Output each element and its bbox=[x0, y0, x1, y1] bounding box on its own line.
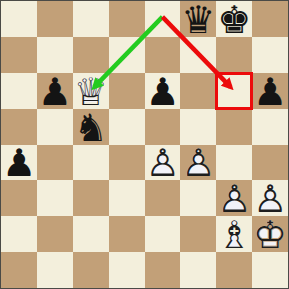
black-king[interactable]: ♚ bbox=[216, 1, 252, 37]
square-e1[interactable] bbox=[145, 252, 181, 288]
square-b8[interactable] bbox=[37, 1, 73, 37]
square-f8[interactable]: ♛ bbox=[180, 1, 216, 37]
square-a6[interactable] bbox=[1, 73, 37, 109]
square-d3[interactable] bbox=[109, 180, 145, 216]
square-f6[interactable] bbox=[180, 73, 216, 109]
square-c2[interactable] bbox=[73, 216, 109, 252]
square-c7[interactable] bbox=[73, 37, 109, 73]
square-g6[interactable] bbox=[216, 73, 252, 109]
square-g1[interactable] bbox=[216, 252, 252, 288]
white-queen[interactable]: ♛♕ bbox=[73, 73, 109, 109]
chess-board: ♛♚♟♛♕♟♟♞♟♟♙♟♙♟♙♟♙♝♗♚♔ bbox=[0, 0, 289, 289]
square-f2[interactable] bbox=[180, 216, 216, 252]
square-a4[interactable]: ♟ bbox=[1, 145, 37, 181]
square-e7[interactable] bbox=[145, 37, 181, 73]
square-h6[interactable]: ♟ bbox=[252, 73, 288, 109]
square-h5[interactable] bbox=[252, 109, 288, 145]
square-g7[interactable] bbox=[216, 37, 252, 73]
square-a8[interactable] bbox=[1, 1, 37, 37]
square-c6[interactable]: ♛♕ bbox=[73, 73, 109, 109]
square-g4[interactable] bbox=[216, 145, 252, 181]
square-d2[interactable] bbox=[109, 216, 145, 252]
square-a5[interactable] bbox=[1, 109, 37, 145]
square-b6[interactable]: ♟ bbox=[37, 73, 73, 109]
square-e2[interactable] bbox=[145, 216, 181, 252]
square-a2[interactable] bbox=[1, 216, 37, 252]
square-f7[interactable] bbox=[180, 37, 216, 73]
black-pawn[interactable]: ♟ bbox=[145, 73, 181, 109]
square-g3[interactable]: ♟♙ bbox=[216, 180, 252, 216]
square-d8[interactable] bbox=[109, 1, 145, 37]
square-d5[interactable] bbox=[109, 109, 145, 145]
square-h7[interactable] bbox=[252, 37, 288, 73]
square-h8[interactable] bbox=[252, 1, 288, 37]
white-pawn[interactable]: ♟♙ bbox=[145, 145, 181, 181]
square-b5[interactable] bbox=[37, 109, 73, 145]
square-b7[interactable] bbox=[37, 37, 73, 73]
square-f3[interactable] bbox=[180, 180, 216, 216]
square-e6[interactable]: ♟ bbox=[145, 73, 181, 109]
white-king[interactable]: ♚♔ bbox=[252, 216, 288, 252]
square-g8[interactable]: ♚ bbox=[216, 1, 252, 37]
white-pawn[interactable]: ♟♙ bbox=[252, 180, 288, 216]
square-a7[interactable] bbox=[1, 37, 37, 73]
square-h2[interactable]: ♚♔ bbox=[252, 216, 288, 252]
square-f5[interactable] bbox=[180, 109, 216, 145]
square-d7[interactable] bbox=[109, 37, 145, 73]
square-b2[interactable] bbox=[37, 216, 73, 252]
white-pawn[interactable]: ♟♙ bbox=[180, 145, 216, 181]
square-b1[interactable] bbox=[37, 252, 73, 288]
square-c8[interactable] bbox=[73, 1, 109, 37]
square-h3[interactable]: ♟♙ bbox=[252, 180, 288, 216]
square-c4[interactable] bbox=[73, 145, 109, 181]
black-knight[interactable]: ♞ bbox=[73, 109, 109, 145]
square-d1[interactable] bbox=[109, 252, 145, 288]
black-queen[interactable]: ♛ bbox=[180, 1, 216, 37]
square-b3[interactable] bbox=[37, 180, 73, 216]
board-squares: ♛♚♟♛♕♟♟♞♟♟♙♟♙♟♙♟♙♝♗♚♔ bbox=[1, 1, 288, 288]
black-pawn[interactable]: ♟ bbox=[252, 73, 288, 109]
square-e8[interactable] bbox=[145, 1, 181, 37]
square-a1[interactable] bbox=[1, 252, 37, 288]
square-d6[interactable] bbox=[109, 73, 145, 109]
square-a3[interactable] bbox=[1, 180, 37, 216]
square-e5[interactable] bbox=[145, 109, 181, 145]
square-e3[interactable] bbox=[145, 180, 181, 216]
square-h4[interactable] bbox=[252, 145, 288, 181]
white-bishop[interactable]: ♝♗ bbox=[216, 216, 252, 252]
square-d4[interactable] bbox=[109, 145, 145, 181]
white-pawn[interactable]: ♟♙ bbox=[216, 180, 252, 216]
square-g5[interactable] bbox=[216, 109, 252, 145]
square-e4[interactable]: ♟♙ bbox=[145, 145, 181, 181]
square-c3[interactable] bbox=[73, 180, 109, 216]
square-b4[interactable] bbox=[37, 145, 73, 181]
black-pawn[interactable]: ♟ bbox=[37, 73, 73, 109]
square-g2[interactable]: ♝♗ bbox=[216, 216, 252, 252]
square-c1[interactable] bbox=[73, 252, 109, 288]
black-pawn[interactable]: ♟ bbox=[1, 145, 37, 181]
square-h1[interactable] bbox=[252, 252, 288, 288]
square-c5[interactable]: ♞ bbox=[73, 109, 109, 145]
square-f4[interactable]: ♟♙ bbox=[180, 145, 216, 181]
square-f1[interactable] bbox=[180, 252, 216, 288]
